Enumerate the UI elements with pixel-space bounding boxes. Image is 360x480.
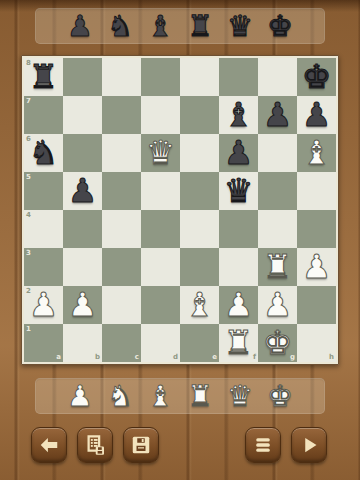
square-d4[interactable] (141, 210, 180, 248)
piece-black-king: ♚ (297, 58, 336, 96)
tray-piece-black-knight[interactable]: ♞ (104, 8, 137, 44)
chess-board: 8♜♚7♝♟♟6♞♛♟♝5♟♛43♜♟2♟♟♝♟♟1abcdef♜g♚h (24, 58, 336, 362)
white-piece-tray: ♟♞♝♜♛♚ (35, 378, 325, 414)
square-b3[interactable] (63, 248, 102, 286)
square-c8[interactable] (102, 58, 141, 96)
square-b8[interactable] (63, 58, 102, 96)
square-f7[interactable]: ♝ (219, 96, 258, 134)
square-a1[interactable]: 1a (24, 324, 63, 362)
square-c5[interactable] (102, 172, 141, 210)
rank-label-3: 3 (26, 249, 31, 257)
square-d1[interactable]: d (141, 324, 180, 362)
square-h4[interactable] (297, 210, 336, 248)
square-e2[interactable]: ♝ (180, 286, 219, 324)
piece-black-pawn: ♟ (63, 172, 102, 210)
file-label-c: c (135, 353, 139, 361)
square-d2[interactable] (141, 286, 180, 324)
square-c7[interactable] (102, 96, 141, 134)
square-c6[interactable] (102, 134, 141, 172)
piece-black-pawn: ♟ (258, 96, 297, 134)
piece-white-pawn: ♟ (258, 286, 297, 324)
square-f8[interactable] (219, 58, 258, 96)
tray-piece-white-queen[interactable]: ♛ (224, 378, 257, 414)
tray-piece-white-pawn[interactable]: ♟ (64, 378, 97, 414)
square-a3[interactable]: 3 (24, 248, 63, 286)
tray-piece-white-bishop[interactable]: ♝ (144, 378, 177, 414)
rank-label-1: 1 (26, 325, 31, 333)
piece-white-pawn: ♟ (63, 286, 102, 324)
square-d8[interactable] (141, 58, 180, 96)
piece-black-pawn: ♟ (219, 134, 258, 172)
rank-label-8: 8 (26, 59, 31, 67)
rank-label-4: 4 (26, 211, 31, 219)
file-label-b: b (95, 353, 100, 361)
piece-black-queen: ♛ (219, 172, 258, 210)
piece-white-bishop: ♝ (180, 286, 219, 324)
tray-piece-white-rook[interactable]: ♜ (184, 378, 217, 414)
square-g1[interactable]: g♚ (258, 324, 297, 362)
square-b5[interactable]: ♟ (63, 172, 102, 210)
piece-white-rook: ♜ (258, 248, 297, 286)
square-f6[interactable]: ♟ (219, 134, 258, 172)
square-h7[interactable]: ♟ (297, 96, 336, 134)
square-g5[interactable] (258, 172, 297, 210)
square-h1[interactable]: h (297, 324, 336, 362)
file-label-g: g (290, 353, 295, 361)
square-e3[interactable] (180, 248, 219, 286)
square-f1[interactable]: f♜ (219, 324, 258, 362)
tray-piece-white-knight[interactable]: ♞ (104, 378, 137, 414)
square-d5[interactable] (141, 172, 180, 210)
square-d6[interactable]: ♛ (141, 134, 180, 172)
square-b6[interactable] (63, 134, 102, 172)
square-a7[interactable]: 7 (24, 96, 63, 134)
play-icon (297, 433, 321, 457)
square-e4[interactable] (180, 210, 219, 248)
square-f4[interactable] (219, 210, 258, 248)
square-h8[interactable]: ♚ (297, 58, 336, 96)
square-b2[interactable]: ♟ (63, 286, 102, 324)
piece-white-queen: ♛ (141, 134, 180, 172)
square-h6[interactable]: ♝ (297, 134, 336, 172)
save-button[interactable] (123, 427, 159, 463)
tray-piece-black-rook[interactable]: ♜ (184, 8, 217, 44)
rank-label-6: 6 (26, 135, 31, 143)
tray-piece-black-bishop[interactable]: ♝ (144, 8, 177, 44)
file-label-a: a (56, 353, 61, 361)
square-a8[interactable]: 8♜ (24, 58, 63, 96)
file-label-f: f (253, 353, 256, 361)
square-c2[interactable] (102, 286, 141, 324)
square-d3[interactable] (141, 248, 180, 286)
square-b4[interactable] (63, 210, 102, 248)
tray-piece-black-queen[interactable]: ♛ (224, 8, 257, 44)
chess-app-screen: ♟♞♝♜♛♚ 8♜♚7♝♟♟6♞♛♟♝5♟♛43♜♟2♟♟♝♟♟1abcdef♜… (0, 0, 360, 480)
square-g7[interactable]: ♟ (258, 96, 297, 134)
arrow-left-icon (37, 433, 61, 457)
file-label-e: e (212, 353, 217, 361)
rank-label-2: 2 (26, 287, 31, 295)
rank-label-5: 5 (26, 173, 31, 181)
square-f3[interactable] (219, 248, 258, 286)
document-list-icon (83, 433, 107, 457)
piece-white-pawn: ♟ (219, 286, 258, 324)
square-a5[interactable]: 5 (24, 172, 63, 210)
file-label-d: d (173, 353, 178, 361)
menu-button[interactable] (245, 427, 281, 463)
square-e5[interactable] (180, 172, 219, 210)
square-e6[interactable] (180, 134, 219, 172)
square-h2[interactable] (297, 286, 336, 324)
square-e1[interactable]: e (180, 324, 219, 362)
square-h5[interactable] (297, 172, 336, 210)
square-h3[interactable]: ♟ (297, 248, 336, 286)
square-g4[interactable] (258, 210, 297, 248)
tray-piece-white-king[interactable]: ♚ (264, 378, 297, 414)
piece-black-pawn: ♟ (297, 96, 336, 134)
square-a2[interactable]: 2♟ (24, 286, 63, 324)
piece-white-bishop: ♝ (297, 134, 336, 172)
square-e7[interactable] (180, 96, 219, 134)
board-frame: 8♜♚7♝♟♟6♞♛♟♝5♟♛43♜♟2♟♟♝♟♟1abcdef♜g♚h (21, 55, 339, 365)
rank-label-7: 7 (26, 97, 31, 105)
square-c4[interactable] (102, 210, 141, 248)
piece-white-pawn: ♟ (297, 248, 336, 286)
piece-black-bishop: ♝ (219, 96, 258, 134)
square-b7[interactable] (63, 96, 102, 134)
black-piece-tray: ♟♞♝♜♛♚ (35, 8, 325, 44)
square-d7[interactable] (141, 96, 180, 134)
square-a6[interactable]: 6♞ (24, 134, 63, 172)
tray-piece-black-king[interactable]: ♚ (264, 8, 297, 44)
square-g3[interactable]: ♜ (258, 248, 297, 286)
square-g6[interactable] (258, 134, 297, 172)
square-c3[interactable] (102, 248, 141, 286)
square-g2[interactable]: ♟ (258, 286, 297, 324)
square-a4[interactable]: 4 (24, 210, 63, 248)
hamburger-menu-icon (251, 433, 275, 457)
move-list-button[interactable] (77, 427, 113, 463)
square-b1[interactable]: b (63, 324, 102, 362)
square-c1[interactable]: c (102, 324, 141, 362)
square-f2[interactable]: ♟ (219, 286, 258, 324)
file-label-h: h (329, 353, 334, 361)
square-e8[interactable] (180, 58, 219, 96)
floppy-disk-icon (129, 433, 153, 457)
square-f5[interactable]: ♛ (219, 172, 258, 210)
play-button[interactable] (291, 427, 327, 463)
square-g8[interactable] (258, 58, 297, 96)
tray-piece-black-pawn[interactable]: ♟ (64, 8, 97, 44)
back-button[interactable] (31, 427, 67, 463)
